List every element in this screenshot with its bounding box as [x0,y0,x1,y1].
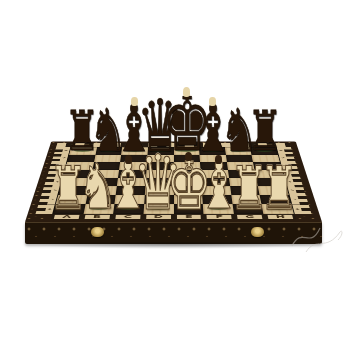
piece-finial [215,155,222,164]
piece-finial [125,155,132,164]
piece-black-rook[interactable]: ♜ [247,104,283,159]
board-shadow [30,242,320,249]
brass-clasp-left [91,227,104,237]
piece-finial [185,152,192,161]
photo-canvas: 87654321 87654321 ABCDEFGH ♜♞♝♛♚♝♞♜♜♞♝♛♚… [0,0,350,350]
piece-white-rook[interactable]: ♜ [259,158,298,218]
watermark-scribble [288,218,348,260]
piece-finial [183,87,191,97]
brass-clasp-right [251,227,264,237]
piece-finial [209,97,216,105]
